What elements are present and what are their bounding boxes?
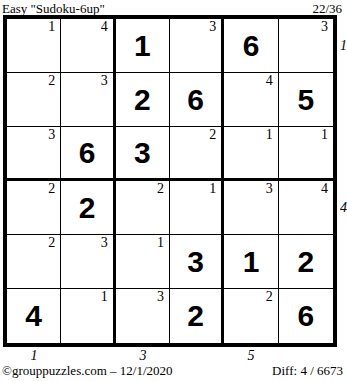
- cell-r4c2[interactable]: 2: [61, 181, 115, 235]
- cell-r3c4[interactable]: 2: [170, 127, 224, 181]
- corner-mark: 4: [101, 19, 108, 34]
- corner-mark: 3: [157, 289, 164, 304]
- big-digit: 6: [224, 19, 277, 72]
- cell-r5c3[interactable]: 1: [116, 235, 170, 289]
- big-digit: 4: [7, 289, 60, 343]
- cell-r6c5[interactable]: 2: [224, 289, 278, 343]
- cell-r1c3[interactable]: 1: [116, 19, 170, 73]
- corner-mark: 3: [209, 19, 216, 34]
- big-digit: 1: [116, 19, 169, 72]
- corner-mark: 1: [209, 181, 216, 196]
- cell-r4c6[interactable]: 4: [279, 181, 333, 235]
- cell-r2c4[interactable]: 6: [170, 73, 224, 127]
- corner-mark: 1: [266, 127, 273, 142]
- cell-r5c5[interactable]: 1: [224, 235, 278, 289]
- corner-mark: 2: [48, 181, 55, 196]
- row-label-4: 4: [340, 201, 347, 215]
- big-digit: 5: [279, 73, 333, 126]
- big-digit: 1: [224, 235, 277, 288]
- cell-r3c1[interactable]: 3: [7, 127, 61, 181]
- cell-r6c2[interactable]: 1: [61, 289, 115, 343]
- cell-r6c1[interactable]: 4: [7, 289, 61, 343]
- corner-mark: 3: [101, 73, 108, 88]
- big-digit: 2: [61, 181, 112, 234]
- big-digit: 2: [279, 235, 333, 288]
- cell-r1c2[interactable]: 4: [61, 19, 115, 73]
- big-digit: 2: [116, 73, 169, 126]
- big-digit: 3: [170, 235, 221, 288]
- puzzle-page: Easy "Sudoku-6up" 22/36 1413632326453632…: [0, 0, 347, 381]
- cell-r5c2[interactable]: 3: [61, 235, 115, 289]
- cell-r4c1[interactable]: 2: [7, 181, 61, 235]
- cell-r2c2[interactable]: 3: [61, 73, 115, 127]
- copyright-text: ©grouppuzzles.com – 12/1/2020: [2, 363, 173, 379]
- corner-mark: 2: [48, 235, 55, 250]
- corner-mark: 2: [48, 73, 55, 88]
- col-label-3: 3: [140, 349, 147, 363]
- corner-mark: 2: [266, 289, 273, 304]
- cell-r2c5[interactable]: 4: [224, 73, 278, 127]
- big-digit: 6: [61, 127, 112, 178]
- cell-r4c5[interactable]: 3: [224, 181, 278, 235]
- cell-r1c6[interactable]: 3: [279, 19, 333, 73]
- corner-mark: 3: [321, 19, 328, 34]
- corner-mark: 1: [321, 127, 328, 142]
- corner-mark: 3: [101, 235, 108, 250]
- corner-mark: 4: [266, 73, 273, 88]
- cell-r4c3[interactable]: 2: [116, 181, 170, 235]
- corner-mark: 1: [157, 235, 164, 250]
- col-label-1: 1: [31, 349, 38, 363]
- corner-mark: 4: [321, 181, 328, 196]
- cell-r6c6[interactable]: 6: [279, 289, 333, 343]
- difficulty-text: Diff: 4 / 6673: [272, 363, 343, 379]
- sudoku-board: 141363232645363211222134231312413226: [3, 15, 337, 347]
- cell-r1c5[interactable]: 6: [224, 19, 278, 73]
- cell-r3c3[interactable]: 3: [116, 127, 170, 181]
- row-label-1: 1: [340, 39, 347, 53]
- cell-r2c1[interactable]: 2: [7, 73, 61, 127]
- cell-r3c5[interactable]: 1: [224, 127, 278, 181]
- cell-r5c4[interactable]: 3: [170, 235, 224, 289]
- cell-r4c4[interactable]: 1: [170, 181, 224, 235]
- col-label-5: 5: [248, 349, 255, 363]
- cell-r2c6[interactable]: 5: [279, 73, 333, 127]
- corner-mark: 2: [157, 181, 164, 196]
- big-digit: 6: [279, 289, 333, 343]
- big-digit: 2: [170, 289, 221, 343]
- cell-r5c6[interactable]: 2: [279, 235, 333, 289]
- corner-mark: 1: [48, 19, 55, 34]
- cell-r3c2[interactable]: 6: [61, 127, 115, 181]
- cell-r5c1[interactable]: 2: [7, 235, 61, 289]
- cell-r6c3[interactable]: 3: [116, 289, 170, 343]
- corner-mark: 2: [209, 127, 216, 142]
- cell-r1c1[interactable]: 1: [7, 19, 61, 73]
- cell-r2c3[interactable]: 2: [116, 73, 170, 127]
- cell-r6c4[interactable]: 2: [170, 289, 224, 343]
- corner-mark: 3: [266, 181, 273, 196]
- big-digit: 6: [170, 73, 221, 126]
- big-digit: 3: [116, 127, 169, 178]
- corner-mark: 3: [48, 127, 55, 142]
- cell-r3c6[interactable]: 1: [279, 127, 333, 181]
- cell-r1c4[interactable]: 3: [170, 19, 224, 73]
- corner-mark: 1: [101, 289, 108, 304]
